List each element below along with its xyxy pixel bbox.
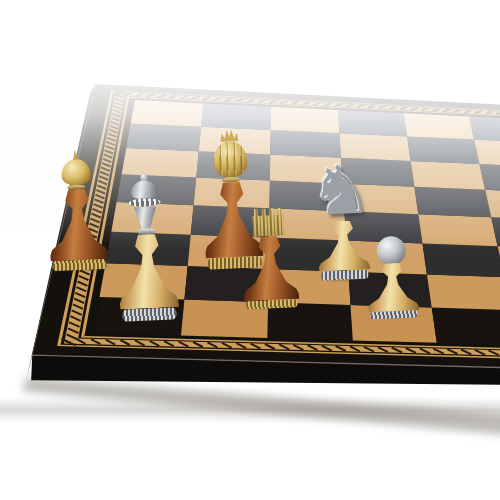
piece-bishop — [46, 148, 110, 271]
piece-body-wood — [47, 187, 108, 261]
queen-dome-top — [131, 180, 158, 199]
bishop-finial-spike — [72, 149, 78, 160]
bishop-onion-top — [61, 158, 91, 185]
king-urn-top — [213, 141, 248, 178]
piece-knight: ♞ — [314, 159, 370, 280]
queen-fluted-cup — [134, 206, 157, 229]
knight-horse-head-icon: ♞ — [308, 159, 374, 224]
king-crown-finial — [220, 130, 239, 143]
queen-beaded-rim — [129, 197, 162, 207]
piece-rook — [240, 207, 299, 309]
pieces-layer: ♞ — [0, 0, 500, 500]
chessboard-product-photo: ♞ — [0, 0, 500, 500]
piece-queen — [114, 172, 179, 321]
piece-body-wood — [366, 262, 419, 313]
piece-collar — [68, 184, 86, 189]
piece-pawn — [365, 235, 419, 319]
pawn-ball-top — [375, 235, 406, 266]
piece-body-wood — [117, 232, 179, 309]
piece-body-wood — [242, 235, 300, 301]
rook-crenellation-top — [252, 208, 285, 237]
piece-collar — [137, 228, 155, 234]
